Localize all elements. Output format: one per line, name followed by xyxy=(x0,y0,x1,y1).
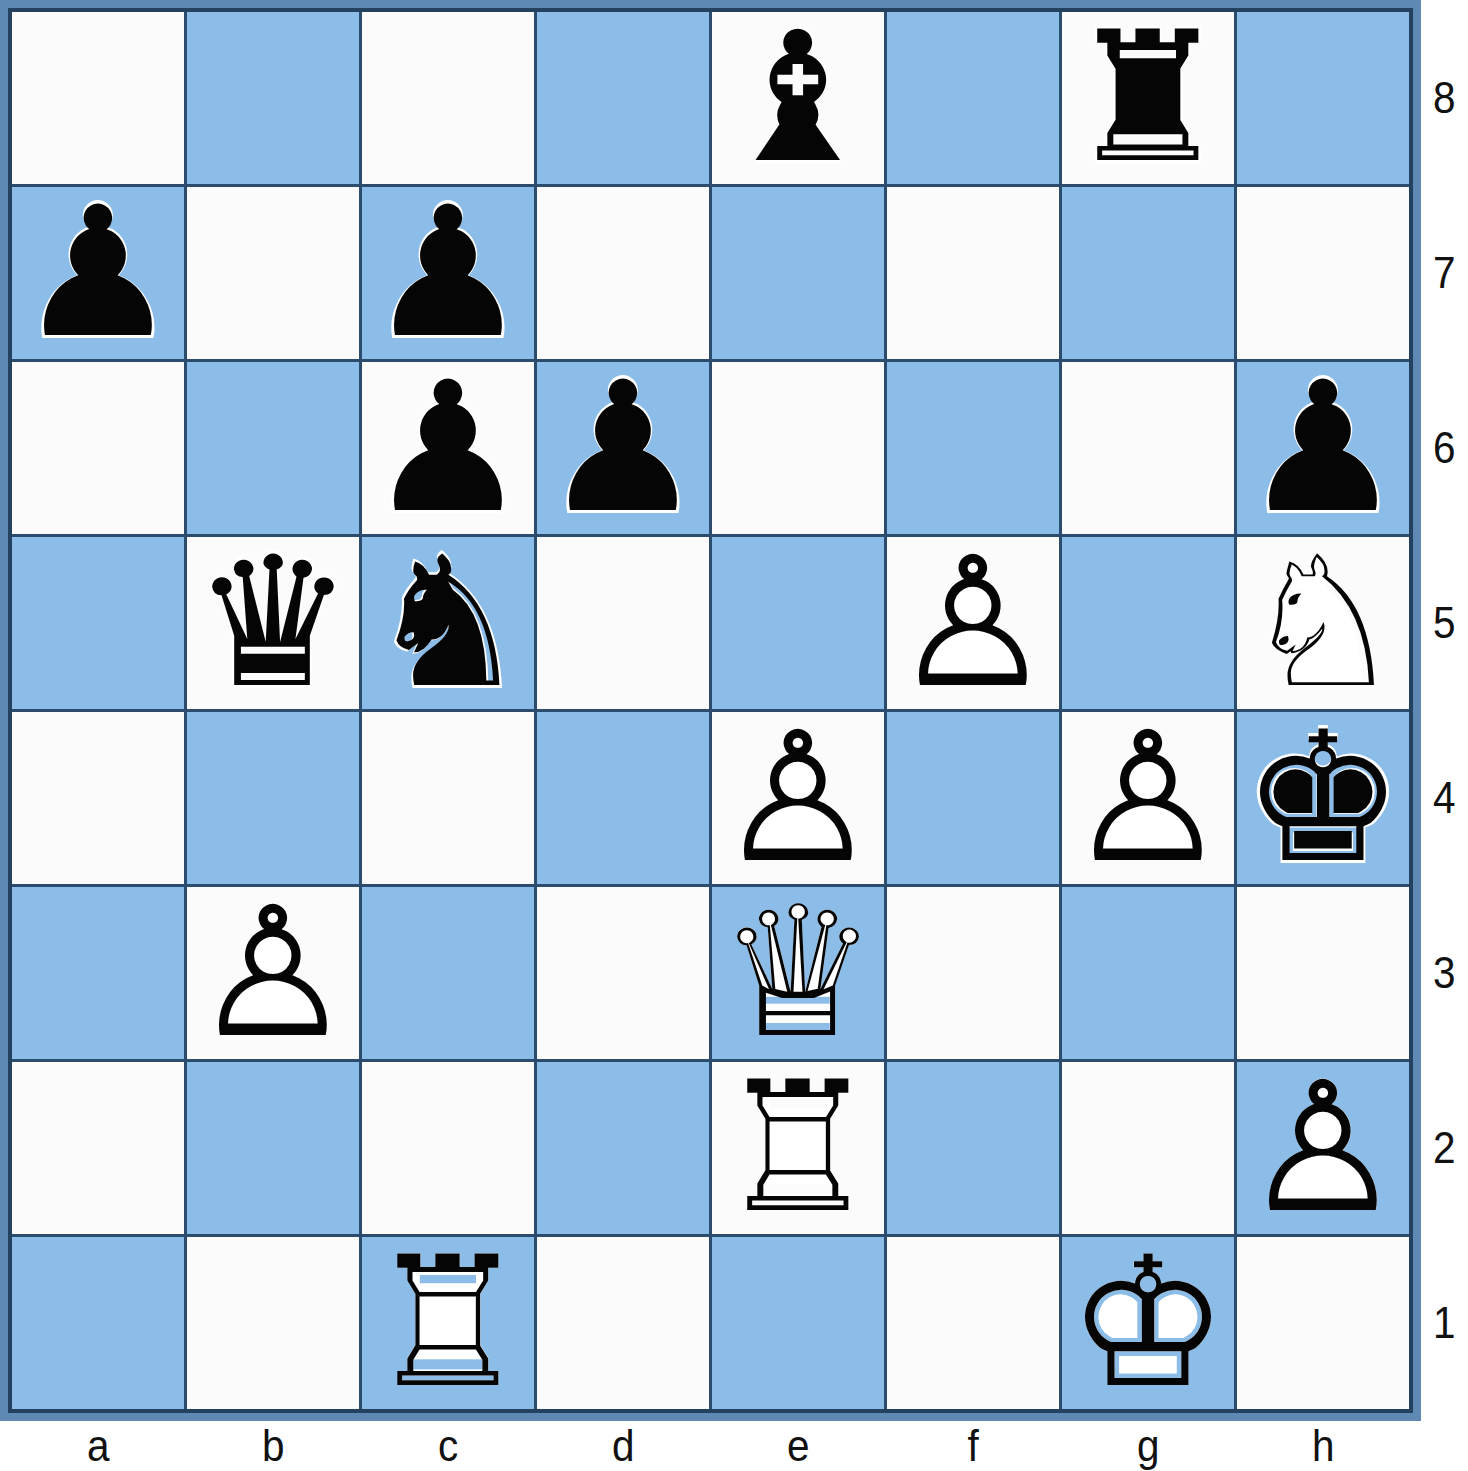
piece-glyph: ♔ xyxy=(1062,1237,1234,1409)
square-a1[interactable] xyxy=(12,1237,184,1409)
square-a8[interactable] xyxy=(12,12,184,184)
square-c2[interactable] xyxy=(362,1062,534,1234)
piece-glyph: ♖ xyxy=(362,1237,534,1409)
piece-black-queen[interactable]: ♛♛ xyxy=(187,537,359,709)
rank-label-1: 1 xyxy=(1433,1298,1456,1348)
piece-glyph: ♙ xyxy=(1062,712,1234,884)
piece-white-rook[interactable]: ♜♖ xyxy=(712,1062,884,1234)
rank-label-7: 7 xyxy=(1433,248,1456,298)
piece-black-pawn[interactable]: ♟♟ xyxy=(1237,362,1409,534)
file-label-a: a xyxy=(87,1421,110,1471)
piece-glyph: ♟ xyxy=(537,362,709,534)
square-e5[interactable] xyxy=(712,537,884,709)
piece-glyph: ♘ xyxy=(1237,537,1409,709)
piece-glyph: ♙ xyxy=(887,537,1059,709)
piece-glyph: ♟ xyxy=(12,187,184,359)
piece-glyph: ♖ xyxy=(712,1062,884,1234)
square-a2[interactable] xyxy=(12,1062,184,1234)
square-h5[interactable]: ♞♘ xyxy=(1237,537,1409,709)
board-frame: ♝♝♜♜♟♟♟♟♟♟♟♟♟♟♛♛♞♞♟♙♞♘♟♙♟♙♚♚♟♙♛♕♜♖♟♙♜♖♚♔ xyxy=(0,0,1421,1421)
rank-label-3: 3 xyxy=(1433,948,1456,998)
file-labels: abcdefgh xyxy=(0,1421,1421,1471)
piece-glyph: ♟ xyxy=(1237,362,1409,534)
piece-glyph: ♙ xyxy=(187,887,359,1059)
square-c1[interactable]: ♜♖ xyxy=(362,1237,534,1409)
file-label-c: c xyxy=(438,1421,458,1471)
piece-glyph: ♛ xyxy=(187,537,359,709)
piece-black-pawn[interactable]: ♟♟ xyxy=(537,362,709,534)
square-c5[interactable]: ♞♞ xyxy=(362,537,534,709)
square-d5[interactable] xyxy=(537,537,709,709)
square-h6[interactable]: ♟♟ xyxy=(1237,362,1409,534)
square-a5[interactable] xyxy=(12,537,184,709)
square-b5[interactable]: ♛♛ xyxy=(187,537,359,709)
piece-glyph: ♜ xyxy=(1062,12,1234,184)
square-c3[interactable] xyxy=(362,887,534,1059)
piece-white-knight[interactable]: ♞♘ xyxy=(1237,537,1409,709)
square-c4[interactable] xyxy=(362,712,534,884)
square-e7[interactable] xyxy=(712,187,884,359)
rank-label-6: 6 xyxy=(1433,423,1456,473)
piece-black-pawn[interactable]: ♟♟ xyxy=(362,362,534,534)
square-g4[interactable]: ♟♙ xyxy=(1062,712,1234,884)
file-label-f: f xyxy=(967,1421,978,1471)
square-h4[interactable]: ♚♚ xyxy=(1237,712,1409,884)
square-b8[interactable] xyxy=(187,12,359,184)
square-b3[interactable]: ♟♙ xyxy=(187,887,359,1059)
square-d1[interactable] xyxy=(537,1237,709,1409)
square-f3[interactable] xyxy=(887,887,1059,1059)
piece-white-queen[interactable]: ♛♕ xyxy=(712,887,884,1059)
rank-label-2: 2 xyxy=(1433,1123,1456,1173)
file-label-h: h xyxy=(1312,1421,1335,1471)
piece-glyph: ♟ xyxy=(362,362,534,534)
piece-white-pawn[interactable]: ♟♙ xyxy=(712,712,884,884)
square-e3[interactable]: ♛♕ xyxy=(712,887,884,1059)
chess-diagram: ♝♝♜♜♟♟♟♟♟♟♟♟♟♟♛♛♞♞♟♙♞♘♟♙♟♙♚♚♟♙♛♕♜♖♟♙♜♖♚♔… xyxy=(0,0,1468,1471)
square-a3[interactable] xyxy=(12,887,184,1059)
rank-labels: 87654321 xyxy=(1421,0,1468,1421)
piece-black-bishop[interactable]: ♝♝ xyxy=(712,12,884,184)
piece-white-pawn[interactable]: ♟♙ xyxy=(187,887,359,1059)
piece-glyph: ♙ xyxy=(712,712,884,884)
square-d7[interactable] xyxy=(537,187,709,359)
square-h1[interactable] xyxy=(1237,1237,1409,1409)
piece-white-rook[interactable]: ♜♖ xyxy=(362,1237,534,1409)
square-h3[interactable] xyxy=(1237,887,1409,1059)
square-d3[interactable] xyxy=(537,887,709,1059)
square-f8[interactable] xyxy=(887,12,1059,184)
square-e2[interactable]: ♜♖ xyxy=(712,1062,884,1234)
file-label-e: e xyxy=(787,1421,810,1471)
square-b4[interactable] xyxy=(187,712,359,884)
piece-glyph: ♝ xyxy=(712,12,884,184)
square-f4[interactable] xyxy=(887,712,1059,884)
board-frame-inner: ♝♝♜♜♟♟♟♟♟♟♟♟♟♟♛♛♞♞♟♙♞♘♟♙♟♙♚♚♟♙♛♕♜♖♟♙♜♖♚♔ xyxy=(8,8,1413,1413)
square-g6[interactable] xyxy=(1062,362,1234,534)
piece-black-king[interactable]: ♚♚ xyxy=(1237,712,1409,884)
piece-white-pawn[interactable]: ♟♙ xyxy=(887,537,1059,709)
piece-glyph: ♕ xyxy=(712,887,884,1059)
square-g2[interactable] xyxy=(1062,1062,1234,1234)
square-f1[interactable] xyxy=(887,1237,1059,1409)
square-f7[interactable] xyxy=(887,187,1059,359)
piece-white-pawn[interactable]: ♟♙ xyxy=(1062,712,1234,884)
rank-label-8: 8 xyxy=(1433,73,1456,123)
file-label-b: b xyxy=(262,1421,285,1471)
square-b1[interactable] xyxy=(187,1237,359,1409)
square-c8[interactable] xyxy=(362,12,534,184)
square-d8[interactable] xyxy=(537,12,709,184)
chess-board: ♝♝♜♜♟♟♟♟♟♟♟♟♟♟♛♛♞♞♟♙♞♘♟♙♟♙♚♚♟♙♛♕♜♖♟♙♜♖♚♔ xyxy=(12,12,1409,1409)
file-label-g: g xyxy=(1137,1421,1160,1471)
rank-label-4: 4 xyxy=(1433,773,1456,823)
square-d2[interactable] xyxy=(537,1062,709,1234)
square-d6[interactable]: ♟♟ xyxy=(537,362,709,534)
square-f2[interactable] xyxy=(887,1062,1059,1234)
square-c7[interactable]: ♟♟ xyxy=(362,187,534,359)
square-a4[interactable] xyxy=(12,712,184,884)
square-h7[interactable] xyxy=(1237,187,1409,359)
square-e1[interactable] xyxy=(712,1237,884,1409)
piece-black-pawn[interactable]: ♟♟ xyxy=(362,187,534,359)
square-e4[interactable]: ♟♙ xyxy=(712,712,884,884)
square-d4[interactable] xyxy=(537,712,709,884)
square-b2[interactable] xyxy=(187,1062,359,1234)
square-e8[interactable]: ♝♝ xyxy=(712,12,884,184)
piece-glyph: ♟ xyxy=(362,187,534,359)
square-e6[interactable] xyxy=(712,362,884,534)
square-c6[interactable]: ♟♟ xyxy=(362,362,534,534)
square-a7[interactable]: ♟♟ xyxy=(12,187,184,359)
square-g3[interactable] xyxy=(1062,887,1234,1059)
piece-glyph: ♚ xyxy=(1237,712,1409,884)
square-g8[interactable]: ♜♜ xyxy=(1062,12,1234,184)
rank-label-5: 5 xyxy=(1433,598,1456,648)
file-label-d: d xyxy=(612,1421,635,1471)
square-b6[interactable] xyxy=(187,362,359,534)
square-g1[interactable]: ♚♔ xyxy=(1062,1237,1234,1409)
corner-spacer xyxy=(1421,1421,1468,1471)
square-g7[interactable] xyxy=(1062,187,1234,359)
square-f5[interactable]: ♟♙ xyxy=(887,537,1059,709)
piece-black-rook[interactable]: ♜♜ xyxy=(1062,12,1234,184)
piece-black-knight[interactable]: ♞♞ xyxy=(362,537,534,709)
square-h2[interactable]: ♟♙ xyxy=(1237,1062,1409,1234)
piece-glyph: ♞ xyxy=(362,537,534,709)
piece-white-pawn[interactable]: ♟♙ xyxy=(1237,1062,1409,1234)
piece-black-pawn[interactable]: ♟♟ xyxy=(12,187,184,359)
piece-glyph: ♙ xyxy=(1237,1062,1409,1234)
square-a6[interactable] xyxy=(12,362,184,534)
square-g5[interactable] xyxy=(1062,537,1234,709)
square-b7[interactable] xyxy=(187,187,359,359)
piece-white-king[interactable]: ♚♔ xyxy=(1062,1237,1234,1409)
square-f6[interactable] xyxy=(887,362,1059,534)
square-h8[interactable] xyxy=(1237,12,1409,184)
